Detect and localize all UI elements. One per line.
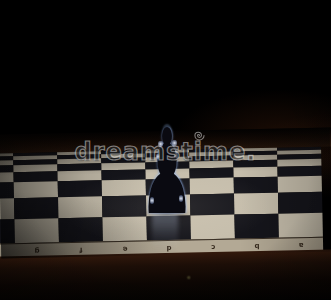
- square: [234, 214, 278, 239]
- square: [14, 218, 58, 243]
- specular-highlight: [156, 153, 160, 160]
- square: [234, 177, 278, 194]
- square: [0, 182, 14, 199]
- photo-stage: h g f e d c b a ♟ dreamstime.: [0, 0, 331, 300]
- square: [0, 219, 15, 244]
- square: [234, 193, 278, 215]
- specular-highlight: [179, 194, 183, 203]
- square: [278, 192, 322, 214]
- square: [190, 215, 234, 240]
- specular-highlight: [174, 152, 178, 159]
- specular-highlight: [158, 140, 163, 148]
- square: [58, 180, 102, 197]
- square: [58, 196, 102, 218]
- specular-highlight: [150, 196, 154, 205]
- black-pawn: ♟: [137, 114, 197, 232]
- square: [14, 181, 58, 198]
- specular-highlight: [172, 139, 177, 147]
- square: [0, 198, 14, 220]
- square: [14, 197, 58, 219]
- board-front-edge: [0, 249, 331, 300]
- square: [58, 217, 102, 242]
- square: [278, 213, 322, 238]
- square: [278, 176, 322, 193]
